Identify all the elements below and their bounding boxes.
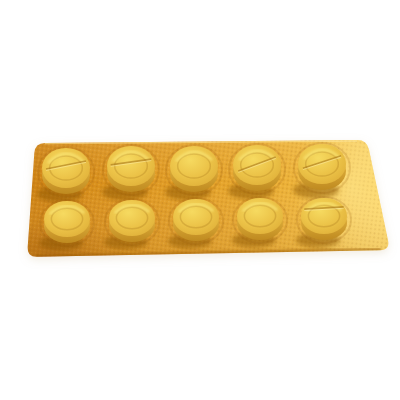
blister-pack-photo	[0, 0, 400, 400]
product-photo	[0, 0, 400, 400]
